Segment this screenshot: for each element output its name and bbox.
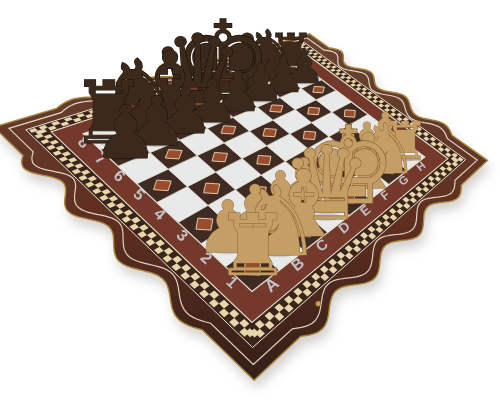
inlay-diamond-a5 [154, 180, 172, 191]
chess-set-photo: ABCDEFGH12345678♜♞♟♝♟♚♟♛♟♝♟♞♟♜♟♟♟♟♜♟♞♟♝♟… [0, 0, 500, 400]
chess-board: ABCDEFGH12345678♜♞♟♝♟♚♟♛♟♝♟♞♟♜♟♟♟♟♜♟♞♟♝♟… [0, 0, 500, 400]
inlay-diamond-c5 [212, 153, 228, 162]
brass-latch [316, 301, 321, 306]
piece-black-pawn: ♟ [93, 90, 159, 175]
inlay-diamond-e5 [263, 129, 277, 137]
piece-white-rook: ♜ [215, 196, 291, 295]
